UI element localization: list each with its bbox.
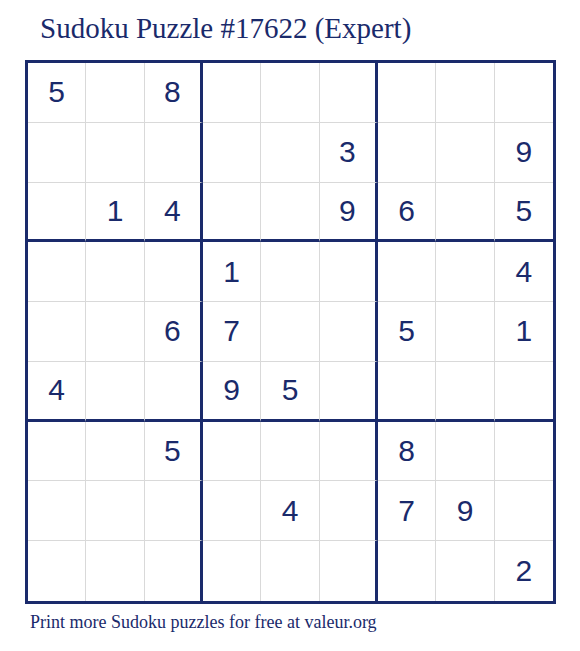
- cell-r1c6: [320, 63, 378, 123]
- cell-r2c9: 9: [495, 123, 553, 183]
- cell-r2c2: [86, 123, 144, 183]
- cell-r5c6: [320, 302, 378, 362]
- page-title: Sudoku Puzzle #17622 (Expert): [40, 12, 411, 45]
- cell-r4c4: 1: [203, 242, 261, 302]
- cell-r6c1: 4: [28, 362, 86, 422]
- cell-r7c7: 8: [378, 422, 436, 482]
- cell-r9c7: [378, 541, 436, 601]
- cell-r1c1: 5: [28, 63, 86, 123]
- cell-r4c1: [28, 242, 86, 302]
- cell-r3c2: 1: [86, 183, 144, 243]
- cell-r7c9: [495, 422, 553, 482]
- cell-r1c5: [261, 63, 319, 123]
- cell-r8c8: 9: [436, 481, 494, 541]
- cell-r6c8: [436, 362, 494, 422]
- cell-r5c4: 7: [203, 302, 261, 362]
- cell-r1c2: [86, 63, 144, 123]
- cell-r2c8: [436, 123, 494, 183]
- cell-r4c6: [320, 242, 378, 302]
- cell-r3c9: 5: [495, 183, 553, 243]
- cell-r5c9: 1: [495, 302, 553, 362]
- cell-r1c9: [495, 63, 553, 123]
- cell-r1c3: 8: [145, 63, 203, 123]
- cell-r5c1: [28, 302, 86, 362]
- cell-r8c9: [495, 481, 553, 541]
- cell-r5c8: [436, 302, 494, 362]
- cell-r4c8: [436, 242, 494, 302]
- cell-r7c2: [86, 422, 144, 482]
- cell-r2c6: 3: [320, 123, 378, 183]
- cell-r8c6: [320, 481, 378, 541]
- cell-r7c4: [203, 422, 261, 482]
- cell-r7c5: [261, 422, 319, 482]
- cell-r9c6: [320, 541, 378, 601]
- cell-r4c3: [145, 242, 203, 302]
- cell-r3c5: [261, 183, 319, 243]
- cell-r2c7: [378, 123, 436, 183]
- cell-r6c9: [495, 362, 553, 422]
- cell-r9c3: [145, 541, 203, 601]
- cell-r3c8: [436, 183, 494, 243]
- cell-r4c2: [86, 242, 144, 302]
- cell-r7c3: 5: [145, 422, 203, 482]
- cell-r7c8: [436, 422, 494, 482]
- cell-r7c1: [28, 422, 86, 482]
- cell-r1c4: [203, 63, 261, 123]
- cell-r8c2: [86, 481, 144, 541]
- cell-r3c3: 4: [145, 183, 203, 243]
- cell-r6c2: [86, 362, 144, 422]
- cell-r2c1: [28, 123, 86, 183]
- cell-r1c8: [436, 63, 494, 123]
- cell-r5c5: [261, 302, 319, 362]
- cell-r8c1: [28, 481, 86, 541]
- cell-r4c9: 4: [495, 242, 553, 302]
- cell-r8c4: [203, 481, 261, 541]
- cell-r2c3: [145, 123, 203, 183]
- footer-text: Print more Sudoku puzzles for free at va…: [30, 612, 377, 633]
- cell-r3c6: 9: [320, 183, 378, 243]
- cell-r9c5: [261, 541, 319, 601]
- cell-r7c6: [320, 422, 378, 482]
- cell-r9c9: 2: [495, 541, 553, 601]
- cell-r3c4: [203, 183, 261, 243]
- cell-r6c6: [320, 362, 378, 422]
- cell-r9c8: [436, 541, 494, 601]
- cell-r5c2: [86, 302, 144, 362]
- sudoku-page: Sudoku Puzzle #17622 (Expert) 5839149651…: [0, 0, 580, 651]
- cell-r6c4: 9: [203, 362, 261, 422]
- cell-r4c7: [378, 242, 436, 302]
- cell-r5c7: 5: [378, 302, 436, 362]
- cell-r2c4: [203, 123, 261, 183]
- cell-r4c5: [261, 242, 319, 302]
- cell-r3c1: [28, 183, 86, 243]
- cell-r3c7: 6: [378, 183, 436, 243]
- sudoku-board: 583914965146751495584792: [25, 60, 556, 604]
- cell-r5c3: 6: [145, 302, 203, 362]
- cell-r6c3: [145, 362, 203, 422]
- cell-r8c3: [145, 481, 203, 541]
- cell-r9c1: [28, 541, 86, 601]
- cell-r8c7: 7: [378, 481, 436, 541]
- cell-r2c5: [261, 123, 319, 183]
- cell-r1c7: [378, 63, 436, 123]
- cell-r6c7: [378, 362, 436, 422]
- cell-r9c2: [86, 541, 144, 601]
- cell-r6c5: 5: [261, 362, 319, 422]
- cell-r9c4: [203, 541, 261, 601]
- cell-r8c5: 4: [261, 481, 319, 541]
